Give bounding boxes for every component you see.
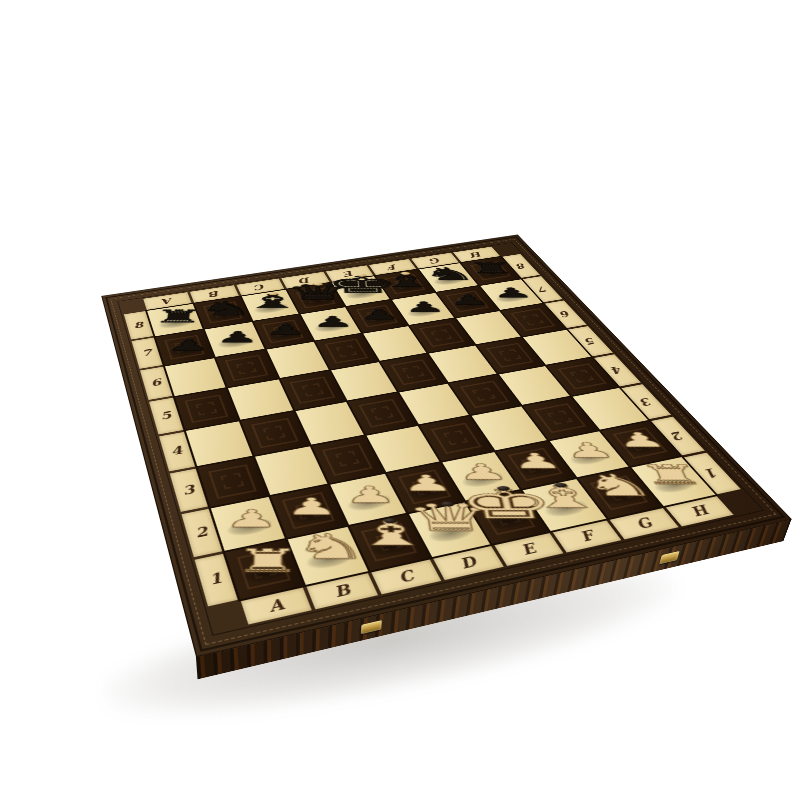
piece-shadow <box>618 437 666 457</box>
piece-shadow <box>484 509 536 533</box>
light-finial <box>268 292 278 295</box>
piece-shadow <box>303 547 356 573</box>
brass-clasp-left <box>360 620 381 634</box>
dark-finial <box>441 502 454 507</box>
light-finial <box>313 283 323 286</box>
piece-shadow <box>365 534 418 559</box>
piece-shadow <box>402 480 452 502</box>
white-rook-glyph: ♜ <box>144 546 392 576</box>
piece-shadow <box>285 503 335 526</box>
piece-shadow <box>513 458 562 479</box>
piece-shadow <box>344 491 394 514</box>
pieces-layer: ♜♞♝♛♚♝♞♜♟♟♟♟♟♟♟♟♟♟♟♟♟♟♟♟♜♞♝♛♚♝♞♜ <box>102 235 790 656</box>
scene: ABCDEFGH ABCDEFGH 87654321 87654321 ♜♞♝♛… <box>118 112 678 672</box>
dark-finial <box>554 483 568 488</box>
light-finial <box>357 274 367 277</box>
piece-shadow <box>540 497 592 520</box>
piece-shadow <box>225 515 276 539</box>
dark-finial <box>497 486 511 491</box>
piece-shadow <box>425 521 477 545</box>
piece-shadow <box>240 560 293 586</box>
piece-shadow <box>566 447 615 467</box>
piece-shadow <box>458 469 507 490</box>
chess-board-3d: ABCDEFGH ABCDEFGH 87654321 87654321 ♜♞♝♛… <box>102 235 790 656</box>
dark-finial <box>384 518 397 523</box>
brass-clasp-right <box>659 551 679 564</box>
piece-shadow <box>596 485 647 507</box>
piece-shadow <box>650 474 701 496</box>
black-pawn-glyph: ♟ <box>92 338 282 353</box>
product-photo: ABCDEFGH ABCDEFGH 87654321 87654321 ♜♞♝♛… <box>0 0 800 800</box>
